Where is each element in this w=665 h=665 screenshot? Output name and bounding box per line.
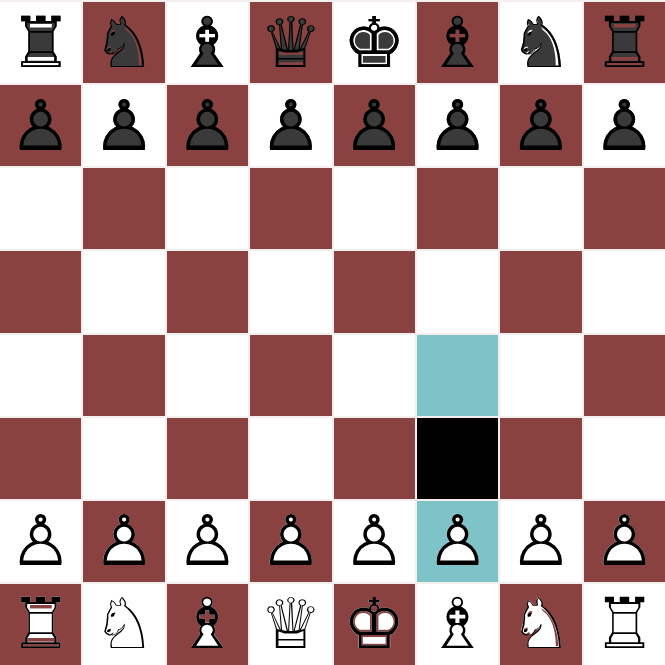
- piece-black-knight-icon[interactable]: ♞♘: [83, 2, 164, 83]
- piece-black-pawn-icon[interactable]: ♟♙: [500, 85, 581, 166]
- piece-glyph-outline: ♗: [417, 584, 498, 665]
- square-f3[interactable]: [417, 418, 498, 499]
- piece-glyph-outline: ♘: [500, 2, 581, 83]
- piece-black-pawn-icon[interactable]: ♟♙: [83, 85, 164, 166]
- piece-white-pawn-icon[interactable]: ♟♙: [83, 501, 164, 582]
- square-e6[interactable]: [334, 168, 415, 249]
- square-a2[interactable]: ♟♙: [0, 501, 81, 582]
- square-g5[interactable]: [500, 251, 581, 332]
- piece-glyph-outline: ♙: [167, 501, 248, 582]
- square-e7[interactable]: ♟♙: [334, 85, 415, 166]
- piece-glyph-outline: ♙: [334, 501, 415, 582]
- square-e8[interactable]: ♚♔: [334, 2, 415, 83]
- square-c5[interactable]: [167, 251, 248, 332]
- piece-black-knight-icon[interactable]: ♞♘: [500, 2, 581, 83]
- piece-white-pawn-icon[interactable]: ♟♙: [167, 501, 248, 582]
- square-c2[interactable]: ♟♙: [167, 501, 248, 582]
- piece-glyph-outline: ♖: [0, 2, 81, 83]
- square-h6[interactable]: [584, 168, 665, 249]
- square-d4[interactable]: [250, 335, 331, 416]
- square-b5[interactable]: [83, 251, 164, 332]
- square-c3[interactable]: [167, 418, 248, 499]
- square-c7[interactable]: ♟♙: [167, 85, 248, 166]
- piece-white-king-icon[interactable]: ♚♔: [334, 584, 415, 665]
- piece-black-bishop-icon[interactable]: ♝♗: [167, 2, 248, 83]
- piece-glyph-outline: ♔: [334, 2, 415, 83]
- piece-glyph-outline: ♗: [167, 584, 248, 665]
- piece-glyph-outline: ♙: [584, 501, 665, 582]
- piece-black-pawn-icon[interactable]: ♟♙: [250, 85, 331, 166]
- piece-glyph-outline: ♙: [83, 85, 164, 166]
- piece-glyph-outline: ♘: [83, 584, 164, 665]
- piece-white-pawn-icon[interactable]: ♟♙: [417, 501, 498, 582]
- piece-white-pawn-icon[interactable]: ♟♙: [584, 501, 665, 582]
- square-f6[interactable]: [417, 168, 498, 249]
- piece-glyph-outline: ♙: [500, 85, 581, 166]
- piece-glyph-outline: ♙: [584, 85, 665, 166]
- square-h5[interactable]: [584, 251, 665, 332]
- piece-glyph-outline: ♘: [83, 2, 164, 83]
- piece-black-queen-icon[interactable]: ♛♕: [250, 2, 331, 83]
- square-b7[interactable]: ♟♙: [83, 85, 164, 166]
- square-d8[interactable]: ♛♕: [250, 2, 331, 83]
- square-b1[interactable]: ♞♘: [83, 584, 164, 665]
- square-e1[interactable]: ♚♔: [334, 584, 415, 665]
- square-b6[interactable]: [83, 168, 164, 249]
- square-h3[interactable]: [584, 418, 665, 499]
- square-b4[interactable]: [83, 335, 164, 416]
- square-g7[interactable]: ♟♙: [500, 85, 581, 166]
- piece-glyph-outline: ♙: [417, 501, 498, 582]
- square-h2[interactable]: ♟♙: [584, 501, 665, 582]
- piece-black-pawn-icon[interactable]: ♟♙: [584, 85, 665, 166]
- piece-black-rook-icon[interactable]: ♜♖: [0, 2, 81, 83]
- square-b2[interactable]: ♟♙: [83, 501, 164, 582]
- piece-white-knight-icon[interactable]: ♞♘: [83, 584, 164, 665]
- square-h8[interactable]: ♜♖: [584, 2, 665, 83]
- piece-white-bishop-icon[interactable]: ♝♗: [167, 584, 248, 665]
- piece-glyph-outline: ♖: [0, 584, 81, 665]
- square-b8[interactable]: ♞♘: [83, 2, 164, 83]
- square-a1[interactable]: ♜♖: [0, 584, 81, 665]
- piece-white-pawn-icon[interactable]: ♟♙: [334, 501, 415, 582]
- piece-white-bishop-icon[interactable]: ♝♗: [417, 584, 498, 665]
- square-d7[interactable]: ♟♙: [250, 85, 331, 166]
- piece-glyph-outline: ♖: [584, 584, 665, 665]
- chess-board: ♜♖♞♘♝♗♛♕♚♔♝♗♞♘♜♖♟♙♟♙♟♙♟♙♟♙♟♙♟♙♟♙♟♙♟♙♟♙♟♙…: [0, 0, 665, 665]
- piece-glyph-outline: ♗: [167, 2, 248, 83]
- piece-black-king-icon[interactable]: ♚♔: [334, 2, 415, 83]
- piece-glyph-outline: ♙: [0, 501, 81, 582]
- piece-glyph-outline: ♖: [584, 2, 665, 83]
- square-e3[interactable]: [334, 418, 415, 499]
- square-g1[interactable]: ♞♘: [500, 584, 581, 665]
- square-h1[interactable]: ♜♖: [584, 584, 665, 665]
- square-c6[interactable]: [167, 168, 248, 249]
- piece-black-bishop-icon[interactable]: ♝♗: [417, 2, 498, 83]
- square-g6[interactable]: [500, 168, 581, 249]
- piece-white-pawn-icon[interactable]: ♟♙: [500, 501, 581, 582]
- square-e4[interactable]: [334, 335, 415, 416]
- piece-glyph-outline: ♙: [250, 501, 331, 582]
- square-g8[interactable]: ♞♘: [500, 2, 581, 83]
- square-g4[interactable]: [500, 335, 581, 416]
- square-b3[interactable]: [83, 418, 164, 499]
- piece-white-pawn-icon[interactable]: ♟♙: [250, 501, 331, 582]
- square-a7[interactable]: ♟♙: [0, 85, 81, 166]
- square-a3[interactable]: [0, 418, 81, 499]
- piece-white-queen-icon[interactable]: ♛♕: [250, 584, 331, 665]
- square-f7[interactable]: ♟♙: [417, 85, 498, 166]
- piece-glyph-outline: ♗: [417, 2, 498, 83]
- piece-glyph-outline: ♙: [0, 85, 81, 166]
- piece-black-rook-icon[interactable]: ♜♖: [584, 2, 665, 83]
- piece-glyph-outline: ♙: [334, 85, 415, 166]
- square-f1[interactable]: ♝♗: [417, 584, 498, 665]
- square-f4[interactable]: [417, 335, 498, 416]
- piece-black-pawn-icon[interactable]: ♟♙: [0, 85, 81, 166]
- piece-glyph-outline: ♕: [250, 2, 331, 83]
- piece-glyph-outline: ♙: [500, 501, 581, 582]
- square-a4[interactable]: [0, 335, 81, 416]
- square-c8[interactable]: ♝♗: [167, 2, 248, 83]
- square-f2[interactable]: ♟♙: [417, 501, 498, 582]
- piece-glyph-outline: ♕: [250, 584, 331, 665]
- square-d5[interactable]: [250, 251, 331, 332]
- piece-glyph-outline: ♙: [83, 501, 164, 582]
- piece-glyph-outline: ♙: [167, 85, 248, 166]
- square-d1[interactable]: ♛♕: [250, 584, 331, 665]
- square-a8[interactable]: ♜♖: [0, 2, 81, 83]
- square-d3[interactable]: [250, 418, 331, 499]
- square-f5[interactable]: [417, 251, 498, 332]
- piece-glyph-outline: ♘: [500, 584, 581, 665]
- square-d6[interactable]: [250, 168, 331, 249]
- square-h4[interactable]: [584, 335, 665, 416]
- square-e2[interactable]: ♟♙: [334, 501, 415, 582]
- square-a6[interactable]: [0, 168, 81, 249]
- piece-glyph-outline: ♔: [334, 584, 415, 665]
- piece-white-knight-icon[interactable]: ♞♘: [500, 584, 581, 665]
- piece-glyph-outline: ♙: [250, 85, 331, 166]
- square-c4[interactable]: [167, 335, 248, 416]
- square-g2[interactable]: ♟♙: [500, 501, 581, 582]
- square-d2[interactable]: ♟♙: [250, 501, 331, 582]
- piece-white-rook-icon[interactable]: ♜♖: [0, 584, 81, 665]
- square-h7[interactable]: ♟♙: [584, 85, 665, 166]
- piece-white-rook-icon[interactable]: ♜♖: [584, 584, 665, 665]
- piece-black-pawn-icon[interactable]: ♟♙: [334, 85, 415, 166]
- piece-black-pawn-icon[interactable]: ♟♙: [417, 85, 498, 166]
- piece-black-pawn-icon[interactable]: ♟♙: [167, 85, 248, 166]
- square-e5[interactable]: [334, 251, 415, 332]
- piece-white-pawn-icon[interactable]: ♟♙: [0, 501, 81, 582]
- square-f8[interactable]: ♝♗: [417, 2, 498, 83]
- square-g3[interactable]: [500, 418, 581, 499]
- square-a5[interactable]: [0, 251, 81, 332]
- square-c1[interactable]: ♝♗: [167, 584, 248, 665]
- piece-glyph-outline: ♙: [417, 85, 498, 166]
